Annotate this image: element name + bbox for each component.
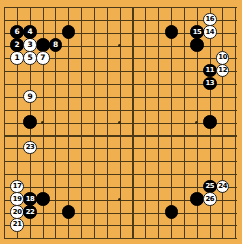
black-stone-move-2: 2 <box>10 38 23 51</box>
black-stone-move-11: 11 <box>203 64 216 77</box>
white-stone-move-19: 19 <box>10 192 23 205</box>
black-stone-move-6: 6 <box>10 25 23 38</box>
white-stone-move-20: 20 <box>10 205 23 218</box>
black-stone-move-25: 25 <box>203 180 216 193</box>
white-stone-move-7: 7 <box>36 51 49 64</box>
black-stone-move-4: 4 <box>23 25 36 38</box>
black-stone <box>190 38 203 51</box>
black-stone <box>36 192 49 205</box>
star-point <box>118 44 121 47</box>
board-grid: 1234567891011121314151617181920212223242… <box>0 0 242 244</box>
white-stone-move-1: 1 <box>10 51 23 64</box>
white-stone-move-21: 21 <box>10 218 23 231</box>
white-stone-move-10: 10 <box>216 51 229 64</box>
white-stone-move-3: 3 <box>23 38 36 51</box>
black-stone-move-8: 8 <box>49 38 62 51</box>
black-stone <box>165 205 178 218</box>
black-stone-move-22: 22 <box>23 205 36 218</box>
black-stone-move-18: 18 <box>23 192 36 205</box>
go-board[interactable]: 1234567891011121314151617181920212223242… <box>0 0 242 244</box>
white-stone-move-24: 24 <box>216 180 229 193</box>
black-stone <box>23 115 36 128</box>
white-stone-move-5: 5 <box>23 51 36 64</box>
black-stone <box>203 115 216 128</box>
white-stone-move-14: 14 <box>203 25 216 38</box>
star-point <box>118 121 121 124</box>
white-stone-move-23: 23 <box>23 141 36 154</box>
star-point <box>41 121 44 124</box>
black-stone <box>36 38 49 51</box>
black-stone <box>62 25 75 38</box>
black-stone <box>62 205 75 218</box>
white-stone-move-12: 12 <box>216 64 229 77</box>
star-point <box>195 121 198 124</box>
black-stone-move-13: 13 <box>203 77 216 90</box>
white-stone-move-9: 9 <box>23 90 36 103</box>
star-point <box>118 198 121 201</box>
black-stone-move-15: 15 <box>190 25 203 38</box>
black-stone <box>165 25 178 38</box>
black-stone <box>190 192 203 205</box>
white-stone-move-16: 16 <box>203 13 216 26</box>
white-stone-move-26: 26 <box>203 192 216 205</box>
white-stone-move-17: 17 <box>10 180 23 193</box>
